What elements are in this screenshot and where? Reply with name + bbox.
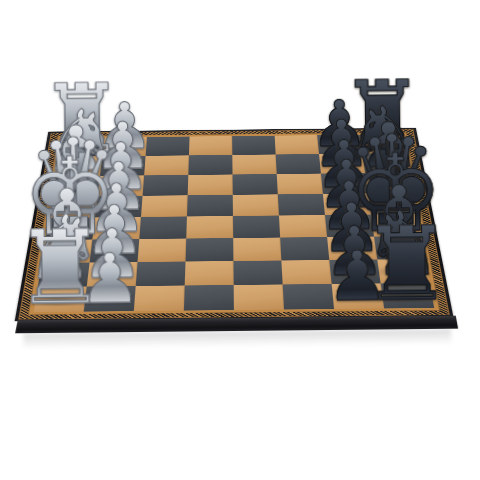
chess-set-photo: ♜♞♝♛♚♝♞♜♟♟♟♟♟♟♟♟♟♟♟♟♟♟♟♟♜♞♝♛♚♝♞♜ (0, 0, 480, 480)
piece-black-pawn-h7: ♟ (289, 241, 427, 311)
pieces-layer: ♜♞♝♛♚♝♞♜♟♟♟♟♟♟♟♟♟♟♟♟♟♟♟♟♜♞♝♛♚♝♞♜ (0, 0, 480, 480)
piece-white-rook-h1: ♜ (0, 217, 162, 321)
